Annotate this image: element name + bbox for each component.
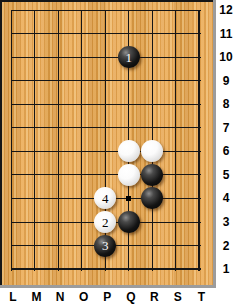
col-label-L: L	[5, 290, 21, 304]
row-label-8: 8	[216, 97, 236, 111]
stone-P3-white: 2	[94, 211, 116, 233]
stone-Q6-white	[118, 140, 140, 162]
row-label-11: 11	[216, 27, 236, 41]
row-label-2: 2	[216, 239, 236, 253]
stone-move-number: 2	[102, 216, 109, 229]
row-label-1: 1	[216, 262, 236, 276]
stone-R6-white	[141, 140, 163, 162]
row-label-9: 9	[216, 74, 236, 88]
stone-R5-black	[141, 164, 163, 186]
col-label-N: N	[52, 290, 68, 304]
stone-R4-black	[141, 187, 163, 209]
row-label-10: 10	[216, 50, 236, 64]
col-label-T: T	[193, 290, 209, 304]
col-label-M: M	[29, 290, 45, 304]
stones-layer: 1423	[0, 0, 236, 308]
row-label-3: 3	[216, 215, 236, 229]
row-label-6: 6	[216, 144, 236, 158]
row-label-4: 4	[216, 191, 236, 205]
col-label-R: R	[146, 290, 162, 304]
stone-Q3-black	[118, 211, 140, 233]
go-diagram: 1423 121110987654321 LMNOPQRST	[0, 0, 236, 308]
col-label-S: S	[170, 290, 186, 304]
column-coordinates: LMNOPQRST	[0, 288, 236, 308]
stone-Q5-white	[118, 164, 140, 186]
stone-move-number: 3	[102, 239, 109, 252]
stone-P2-black: 3	[94, 235, 116, 257]
row-label-12: 12	[216, 3, 236, 17]
stone-move-number: 4	[102, 192, 109, 205]
col-label-P: P	[99, 290, 115, 304]
row-coordinates: 121110987654321	[216, 0, 236, 285]
row-label-7: 7	[216, 121, 236, 135]
stone-Q10-black: 1	[118, 46, 140, 68]
col-label-O: O	[76, 290, 92, 304]
stone-move-number: 1	[126, 51, 133, 64]
col-label-Q: Q	[123, 290, 139, 304]
row-label-5: 5	[216, 168, 236, 182]
stone-P4-white: 4	[94, 187, 116, 209]
